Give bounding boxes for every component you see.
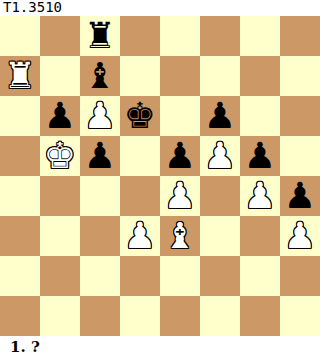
square-d3[interactable]: ♟ — [120, 216, 160, 256]
piece-wR: ♜ — [4, 56, 36, 96]
piece-bR: ♜ — [84, 16, 116, 56]
square-d1[interactable] — [120, 296, 160, 336]
square-d7[interactable] — [120, 56, 160, 96]
square-a6[interactable] — [0, 96, 40, 136]
square-b7[interactable] — [40, 56, 80, 96]
square-c5[interactable]: ♟ — [80, 136, 120, 176]
square-f6[interactable]: ♟ — [200, 96, 240, 136]
square-a2[interactable] — [0, 256, 40, 296]
piece-bP: ♟ — [84, 136, 116, 176]
square-e8[interactable] — [160, 16, 200, 56]
square-f5[interactable]: ♟ — [200, 136, 240, 176]
square-h5[interactable] — [280, 136, 320, 176]
square-e3[interactable]: ♝ — [160, 216, 200, 256]
square-a1[interactable] — [0, 296, 40, 336]
square-f8[interactable] — [200, 16, 240, 56]
piece-wK: ♚ — [44, 136, 76, 176]
square-f1[interactable] — [200, 296, 240, 336]
chess-board: ♜♜♝♟♟♚♟♚♟♟♟♟♟♟♟♟♝♟ — [0, 16, 320, 336]
piece-wP: ♟ — [244, 176, 276, 216]
square-f2[interactable] — [200, 256, 240, 296]
square-a7[interactable]: ♜ — [0, 56, 40, 96]
square-e4[interactable]: ♟ — [160, 176, 200, 216]
square-e5[interactable]: ♟ — [160, 136, 200, 176]
piece-bP: ♟ — [204, 96, 236, 136]
square-f7[interactable] — [200, 56, 240, 96]
square-a4[interactable] — [0, 176, 40, 216]
square-h4[interactable]: ♟ — [280, 176, 320, 216]
square-e2[interactable] — [160, 256, 200, 296]
square-d8[interactable] — [120, 16, 160, 56]
piece-bP: ♟ — [244, 136, 276, 176]
square-e1[interactable] — [160, 296, 200, 336]
square-g4[interactable]: ♟ — [240, 176, 280, 216]
square-b3[interactable] — [40, 216, 80, 256]
square-c2[interactable] — [80, 256, 120, 296]
square-b5[interactable]: ♚ — [40, 136, 80, 176]
move-prompt: 1. ? — [0, 336, 320, 360]
square-g1[interactable] — [240, 296, 280, 336]
square-c8[interactable]: ♜ — [80, 16, 120, 56]
piece-bK: ♚ — [124, 96, 156, 136]
square-b6[interactable]: ♟ — [40, 96, 80, 136]
square-d4[interactable] — [120, 176, 160, 216]
piece-bP: ♟ — [164, 136, 196, 176]
square-c7[interactable]: ♝ — [80, 56, 120, 96]
square-h7[interactable] — [280, 56, 320, 96]
piece-bB: ♝ — [84, 56, 116, 96]
chess-puzzle-page: T1.3510 ♜♜♝♟♟♚♟♚♟♟♟♟♟♟♟♟♝♟ 1. ? — [0, 0, 320, 360]
piece-wP: ♟ — [84, 96, 116, 136]
puzzle-id: T1.3510 — [0, 0, 320, 16]
square-g8[interactable] — [240, 16, 280, 56]
square-c1[interactable] — [80, 296, 120, 336]
square-d5[interactable] — [120, 136, 160, 176]
square-g6[interactable] — [240, 96, 280, 136]
square-f3[interactable] — [200, 216, 240, 256]
piece-wP: ♟ — [164, 176, 196, 216]
square-a5[interactable] — [0, 136, 40, 176]
square-b4[interactable] — [40, 176, 80, 216]
piece-bP: ♟ — [284, 176, 316, 216]
square-h6[interactable] — [280, 96, 320, 136]
square-g2[interactable] — [240, 256, 280, 296]
square-g3[interactable] — [240, 216, 280, 256]
square-d6[interactable]: ♚ — [120, 96, 160, 136]
square-a8[interactable] — [0, 16, 40, 56]
square-b1[interactable] — [40, 296, 80, 336]
piece-bP: ♟ — [44, 96, 76, 136]
square-h2[interactable] — [280, 256, 320, 296]
square-h3[interactable]: ♟ — [280, 216, 320, 256]
square-c3[interactable] — [80, 216, 120, 256]
piece-wP: ♟ — [204, 136, 236, 176]
square-f4[interactable] — [200, 176, 240, 216]
square-c4[interactable] — [80, 176, 120, 216]
piece-wP: ♟ — [124, 216, 156, 256]
square-e7[interactable] — [160, 56, 200, 96]
square-c6[interactable]: ♟ — [80, 96, 120, 136]
square-g7[interactable] — [240, 56, 280, 96]
square-g5[interactable]: ♟ — [240, 136, 280, 176]
square-b8[interactable] — [40, 16, 80, 56]
square-h8[interactable] — [280, 16, 320, 56]
square-b2[interactable] — [40, 256, 80, 296]
piece-wB: ♝ — [164, 216, 196, 256]
square-d2[interactable] — [120, 256, 160, 296]
square-h1[interactable] — [280, 296, 320, 336]
piece-wP: ♟ — [284, 216, 316, 256]
square-e6[interactable] — [160, 96, 200, 136]
square-a3[interactable] — [0, 216, 40, 256]
